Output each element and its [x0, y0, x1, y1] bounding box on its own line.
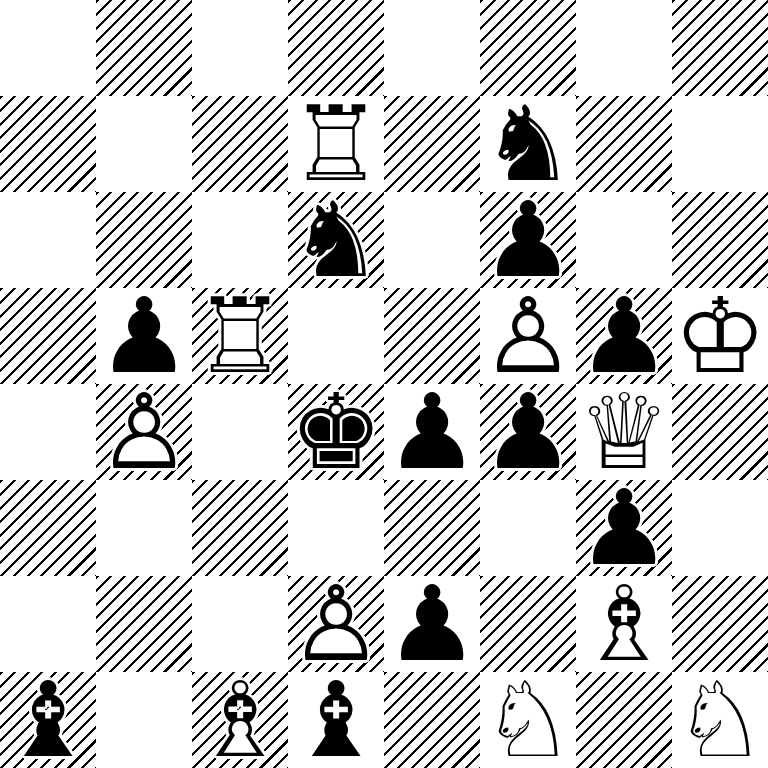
square-f3[interactable] [480, 480, 576, 576]
piece-white-knight[interactable]: ♞♘ [480, 672, 576, 768]
piece-ink-layer: ♕ [576, 384, 672, 480]
piece-white-king[interactable]: ♚♔ [672, 288, 768, 384]
square-f4[interactable]: ♟♟ [480, 384, 576, 480]
piece-black-pawn[interactable]: ♟♟ [576, 480, 672, 576]
square-c8[interactable] [192, 0, 288, 96]
square-g1[interactable] [576, 672, 672, 768]
square-f1[interactable]: ♞♘ [480, 672, 576, 768]
square-c3[interactable] [192, 480, 288, 576]
square-e4[interactable]: ♟♟ [384, 384, 480, 480]
square-f6[interactable]: ♟♟ [480, 192, 576, 288]
square-b1[interactable] [96, 672, 192, 768]
square-f8[interactable] [480, 0, 576, 96]
square-c2[interactable] [192, 576, 288, 672]
piece-white-bishop[interactable]: ♝♗ [576, 576, 672, 672]
square-h7[interactable] [672, 96, 768, 192]
square-b6[interactable] [96, 192, 192, 288]
square-d2[interactable]: ♟♙ [288, 576, 384, 672]
square-a6[interactable] [0, 192, 96, 288]
square-h5[interactable]: ♚♔ [672, 288, 768, 384]
square-a7[interactable] [0, 96, 96, 192]
square-g5[interactable]: ♟♟ [576, 288, 672, 384]
square-c7[interactable] [192, 96, 288, 192]
square-a3[interactable] [0, 480, 96, 576]
square-e5[interactable] [384, 288, 480, 384]
square-d8[interactable] [288, 0, 384, 96]
square-b2[interactable] [96, 576, 192, 672]
piece-ink-layer: ♟ [384, 576, 480, 672]
square-d1[interactable]: ♝♝ [288, 672, 384, 768]
piece-ink-layer: ♘ [672, 672, 768, 768]
square-d4[interactable]: ♚♚ [288, 384, 384, 480]
square-c6[interactable] [192, 192, 288, 288]
piece-black-pawn[interactable]: ♟♟ [576, 288, 672, 384]
square-d5[interactable] [288, 288, 384, 384]
piece-black-bishop[interactable]: ♝♝ [0, 672, 96, 768]
piece-black-pawn[interactable]: ♟♟ [480, 192, 576, 288]
square-a5[interactable] [0, 288, 96, 384]
square-g2[interactable]: ♝♗ [576, 576, 672, 672]
square-a4[interactable] [0, 384, 96, 480]
square-f7[interactable]: ♞♞ [480, 96, 576, 192]
piece-white-rook[interactable]: ♜♖ [192, 288, 288, 384]
square-h8[interactable] [672, 0, 768, 96]
piece-black-king[interactable]: ♚♚ [288, 384, 384, 480]
square-b4[interactable]: ♟♙ [96, 384, 192, 480]
piece-black-knight[interactable]: ♞♞ [288, 192, 384, 288]
piece-ink-layer: ♝ [0, 672, 96, 768]
square-c5[interactable]: ♜♖ [192, 288, 288, 384]
square-b5[interactable]: ♟♟ [96, 288, 192, 384]
square-a1[interactable]: ♝♝ [0, 672, 96, 768]
piece-black-bishop[interactable]: ♝♝ [288, 672, 384, 768]
piece-white-knight[interactable]: ♞♘ [672, 672, 768, 768]
square-h1[interactable]: ♞♘ [672, 672, 768, 768]
square-b7[interactable] [96, 96, 192, 192]
piece-white-pawn[interactable]: ♟♙ [96, 384, 192, 480]
square-h6[interactable] [672, 192, 768, 288]
piece-ink-layer: ♙ [480, 288, 576, 384]
piece-white-queen[interactable]: ♛♕ [576, 384, 672, 480]
piece-white-pawn[interactable]: ♟♙ [288, 576, 384, 672]
square-a8[interactable] [0, 0, 96, 96]
piece-black-pawn[interactable]: ♟♟ [96, 288, 192, 384]
square-g3[interactable]: ♟♟ [576, 480, 672, 576]
piece-black-knight[interactable]: ♞♞ [480, 96, 576, 192]
square-g4[interactable]: ♛♕ [576, 384, 672, 480]
piece-ink-layer: ♟ [576, 480, 672, 576]
square-e3[interactable] [384, 480, 480, 576]
square-b8[interactable] [96, 0, 192, 96]
square-d6[interactable]: ♞♞ [288, 192, 384, 288]
square-h3[interactable] [672, 480, 768, 576]
piece-ink-layer: ♞ [480, 96, 576, 192]
piece-ink-layer: ♔ [672, 288, 768, 384]
square-e2[interactable]: ♟♟ [384, 576, 480, 672]
piece-ink-layer: ♗ [192, 672, 288, 768]
square-e6[interactable] [384, 192, 480, 288]
square-h2[interactable] [672, 576, 768, 672]
piece-ink-layer: ♘ [480, 672, 576, 768]
piece-ink-layer: ♝ [288, 672, 384, 768]
square-b3[interactable] [96, 480, 192, 576]
square-c4[interactable] [192, 384, 288, 480]
square-e7[interactable] [384, 96, 480, 192]
square-e8[interactable] [384, 0, 480, 96]
square-f2[interactable] [480, 576, 576, 672]
piece-ink-layer: ♖ [192, 288, 288, 384]
square-g7[interactable] [576, 96, 672, 192]
piece-white-bishop[interactable]: ♝♗ [192, 672, 288, 768]
piece-ink-layer: ♙ [96, 384, 192, 480]
square-d3[interactable] [288, 480, 384, 576]
chess-board: ♜♖♞♞♞♞♟♟♟♟♜♖♟♙♟♟♚♔♟♙♚♚♟♟♟♟♛♕♟♟♟♙♟♟♝♗♝♝♝♗… [0, 0, 768, 768]
square-h4[interactable] [672, 384, 768, 480]
piece-black-pawn[interactable]: ♟♟ [384, 384, 480, 480]
square-g8[interactable] [576, 0, 672, 96]
piece-white-pawn[interactable]: ♟♙ [480, 288, 576, 384]
piece-white-rook[interactable]: ♜♖ [288, 96, 384, 192]
piece-ink-layer: ♗ [576, 576, 672, 672]
piece-ink-layer: ♚ [288, 384, 384, 480]
square-e1[interactable] [384, 672, 480, 768]
piece-ink-layer: ♟ [576, 288, 672, 384]
piece-ink-layer: ♟ [480, 192, 576, 288]
piece-ink-layer: ♟ [480, 384, 576, 480]
square-f5[interactable]: ♟♙ [480, 288, 576, 384]
piece-black-pawn[interactable]: ♟♟ [480, 384, 576, 480]
square-a2[interactable] [0, 576, 96, 672]
piece-ink-layer: ♟ [384, 384, 480, 480]
piece-ink-layer: ♞ [288, 192, 384, 288]
piece-ink-layer: ♙ [288, 576, 384, 672]
piece-black-pawn[interactable]: ♟♟ [384, 576, 480, 672]
square-d7[interactable]: ♜♖ [288, 96, 384, 192]
piece-ink-layer: ♟ [96, 288, 192, 384]
square-c1[interactable]: ♝♗ [192, 672, 288, 768]
square-g6[interactable] [576, 192, 672, 288]
piece-ink-layer: ♖ [288, 96, 384, 192]
